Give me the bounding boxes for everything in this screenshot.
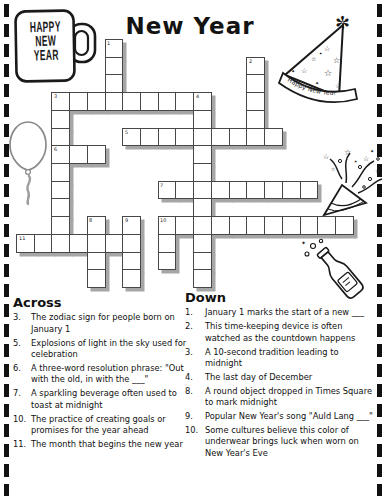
worksheet-page: HAPPY NEW YEAR New Year ✼ ☆ ☆ ☆ ☆ ☆ ☆ ✦ … (0, 0, 386, 500)
cell-r13c10[interactable] (193, 269, 212, 288)
cell-number-3: 3 (54, 93, 57, 99)
cell-r10c15[interactable] (282, 216, 301, 235)
cell-r5c6[interactable]: 5 (122, 128, 141, 147)
clue-number: 3. (13, 312, 31, 335)
clue-text: The practice of creating goals or promis… (31, 414, 188, 437)
clue-number: 3. (185, 347, 205, 370)
clue-number: 7. (13, 388, 31, 411)
cell-r8c16[interactable] (300, 181, 319, 200)
cell-r10c8[interactable]: 10 (158, 216, 177, 235)
cell-r8c2[interactable] (51, 181, 70, 200)
page-title: New Year (90, 13, 290, 39)
cell-number-11: 11 (19, 235, 25, 241)
cell-r12c8[interactable] (158, 252, 177, 271)
cell-r5c13[interactable] (246, 128, 265, 147)
cell-r8c11[interactable] (211, 181, 230, 200)
clue-number: 9. (185, 411, 205, 422)
clue-number: 10. (13, 414, 31, 437)
cell-r8c8[interactable]: 7 (158, 181, 177, 200)
down-clue-9: 9.Popular New Year's song "Auld Lang ___… (185, 411, 375, 422)
down-clue-10: 10.Some cultures believe this color of u… (185, 425, 375, 459)
cell-number-4: 4 (196, 93, 199, 99)
across-section: Across 3.The zodiac sign for people born… (13, 297, 188, 453)
across-clue-10: 10.The practice of creating goals or pro… (13, 414, 188, 437)
cell-r10c6[interactable]: 9 (122, 216, 141, 235)
cell-number-1: 1 (107, 40, 110, 46)
cell-r5c14[interactable] (264, 128, 283, 147)
cell-r8c12[interactable] (229, 181, 248, 200)
clue-text: A sparkling beverage often used to toast… (31, 388, 188, 411)
cell-r10c17[interactable] (317, 216, 336, 235)
cell-r4c10[interactable] (193, 110, 212, 129)
clue-number: 1. (185, 307, 205, 318)
cell-r10c12[interactable] (229, 216, 248, 235)
cell-r2c13[interactable] (246, 74, 265, 93)
cell-r8c10[interactable] (193, 181, 212, 200)
cell-r11c3[interactable] (69, 234, 88, 253)
clue-number: 6. (13, 363, 31, 386)
across-clue-5: 5.Explosions of light in the sky used fo… (13, 338, 188, 361)
cell-r6c10[interactable] (193, 145, 212, 164)
cell-r11c8[interactable] (158, 234, 177, 253)
cell-r10c2[interactable] (51, 216, 70, 235)
cell-r4c13[interactable] (246, 110, 265, 129)
cell-r11c6[interactable] (122, 234, 141, 253)
cell-r11c5[interactable] (105, 234, 124, 253)
cell-r5c9[interactable] (175, 128, 194, 147)
cell-r10c13[interactable] (246, 216, 265, 235)
clue-text: A round object dropped in Times Square t… (205, 386, 375, 409)
cell-r6c3[interactable] (69, 145, 88, 164)
cell-r5c11[interactable] (211, 128, 230, 147)
cell-r11c0[interactable]: 11 (16, 234, 35, 253)
cell-r3c5[interactable] (105, 92, 124, 111)
cell-r7c2[interactable] (51, 163, 70, 182)
cell-r11c4[interactable] (87, 234, 106, 253)
clue-number: 4. (185, 372, 205, 383)
down-clue-3: 3.A 10-second tradition leading to midni… (185, 347, 375, 370)
cell-r3c3[interactable] (69, 92, 88, 111)
clue-number: 8. (185, 386, 205, 409)
cell-r2c5[interactable] (105, 74, 124, 93)
clue-text: A three-word resolution phrase: "Out wit… (31, 363, 188, 386)
cell-number-8: 8 (89, 217, 92, 223)
cell-r3c8[interactable] (158, 92, 177, 111)
clue-text: This time-keeping device is often watche… (205, 321, 375, 344)
cell-r12c10[interactable] (193, 252, 212, 271)
cell-r6c4[interactable] (87, 145, 106, 164)
cell-r10c4[interactable]: 8 (87, 216, 106, 235)
cell-r9c2[interactable] (51, 198, 70, 217)
cell-number-2: 2 (249, 58, 252, 64)
cell-r3c7[interactable] (140, 92, 159, 111)
cell-r11c10[interactable] (193, 234, 212, 253)
clue-text: The month that begins the new year (31, 439, 188, 450)
crossword-grid: 1234567891011 (16, 39, 355, 289)
cell-number-6: 6 (54, 146, 57, 152)
cell-r5c10[interactable] (193, 128, 212, 147)
clue-number: 2. (185, 321, 205, 344)
cell-number-10: 10 (160, 217, 166, 223)
down-clue-8: 8.A round object dropped in Times Square… (185, 386, 375, 409)
across-clue-7: 7.A sparkling beverage often used to toa… (13, 388, 188, 411)
across-heading: Across (13, 297, 188, 308)
clue-text: The zodiac sign for people born on Janua… (31, 312, 188, 335)
cell-r8c14[interactable] (264, 181, 283, 200)
clue-text: January 1 marks the start of a new ___ (205, 307, 375, 318)
cell-r3c4[interactable] (87, 92, 106, 111)
down-heading: Down (185, 292, 375, 303)
cell-r8c15[interactable] (282, 181, 301, 200)
cell-r9c10[interactable] (193, 198, 212, 217)
cell-r3c2[interactable]: 3 (51, 92, 70, 111)
clue-number: 11. (13, 439, 31, 450)
down-clue-2: 2.This time-keeping device is often watc… (185, 321, 375, 344)
cell-r5c2[interactable] (51, 128, 70, 147)
cell-r11c2[interactable] (51, 234, 70, 253)
cell-r10c16[interactable] (300, 216, 319, 235)
cell-r1c13[interactable]: 2 (246, 57, 265, 76)
cell-r4c2[interactable] (51, 110, 70, 129)
cell-r0c5[interactable]: 1 (105, 39, 124, 58)
clue-number: 10. (185, 425, 205, 459)
across-clue-6: 6.A three-word resolution phrase: "Out w… (13, 363, 188, 386)
dashed-border-bottom (4, 491, 382, 496)
cell-number-5: 5 (125, 129, 128, 135)
cell-r3c6[interactable] (122, 92, 141, 111)
cell-r7c10[interactable] (193, 163, 212, 182)
cell-r11c1[interactable] (34, 234, 53, 253)
across-clue-3: 3.The zodiac sign for people born on Jan… (13, 312, 188, 335)
cell-r8c9[interactable] (175, 181, 194, 200)
cell-r5c7[interactable] (140, 128, 159, 147)
cell-r10c10[interactable] (193, 216, 212, 235)
cell-r12c6[interactable] (122, 252, 141, 271)
cell-r3c10[interactable]: 4 (193, 92, 212, 111)
cell-r13c4[interactable] (87, 269, 106, 288)
cell-number-7: 7 (160, 182, 163, 188)
cell-r6c2[interactable]: 6 (51, 145, 70, 164)
cell-r1c5[interactable] (105, 57, 124, 76)
clue-text: The last day of December (205, 372, 375, 383)
down-section: Down 1.January 1 marks the start of a ne… (185, 292, 375, 462)
cell-r13c6[interactable] (122, 269, 141, 288)
clue-text: Explosions of light in the sky used for … (31, 338, 188, 361)
across-clue-11: 11.The month that begins the new year (13, 439, 188, 450)
across-clue-list: 3.The zodiac sign for people born on Jan… (13, 312, 188, 450)
svg-text:☆: ☆ (363, 155, 369, 163)
cell-r5c8[interactable] (158, 128, 177, 147)
cell-r8c13[interactable] (246, 181, 265, 200)
cell-r3c9[interactable] (175, 92, 194, 111)
cell-r10c9[interactable] (175, 216, 194, 235)
cell-number-9: 9 (125, 217, 128, 223)
clue-text: Popular New Year's song "Auld Lang ___" (205, 411, 375, 422)
cell-r10c18[interactable] (335, 216, 354, 235)
clue-text: Some cultures believe this color of unde… (205, 425, 375, 459)
cell-r12c4[interactable] (87, 252, 106, 271)
svg-text:☆: ☆ (375, 167, 380, 174)
down-clue-1: 1.January 1 marks the start of a new ___ (185, 307, 375, 318)
clue-number: 5. (13, 338, 31, 361)
cell-r10c14[interactable] (264, 216, 283, 235)
cell-r3c13[interactable] (246, 92, 265, 111)
down-clue-list: 1.January 1 marks the start of a new ___… (185, 307, 375, 459)
cell-r10c11[interactable] (211, 216, 230, 235)
dashed-border-left (4, 4, 9, 496)
down-clue-4: 4.The last day of December (185, 372, 375, 383)
svg-text:✦: ✦ (370, 148, 374, 154)
cell-r5c12[interactable] (229, 128, 248, 147)
clue-text: A 10-second tradition leading to midnigh… (205, 347, 375, 370)
